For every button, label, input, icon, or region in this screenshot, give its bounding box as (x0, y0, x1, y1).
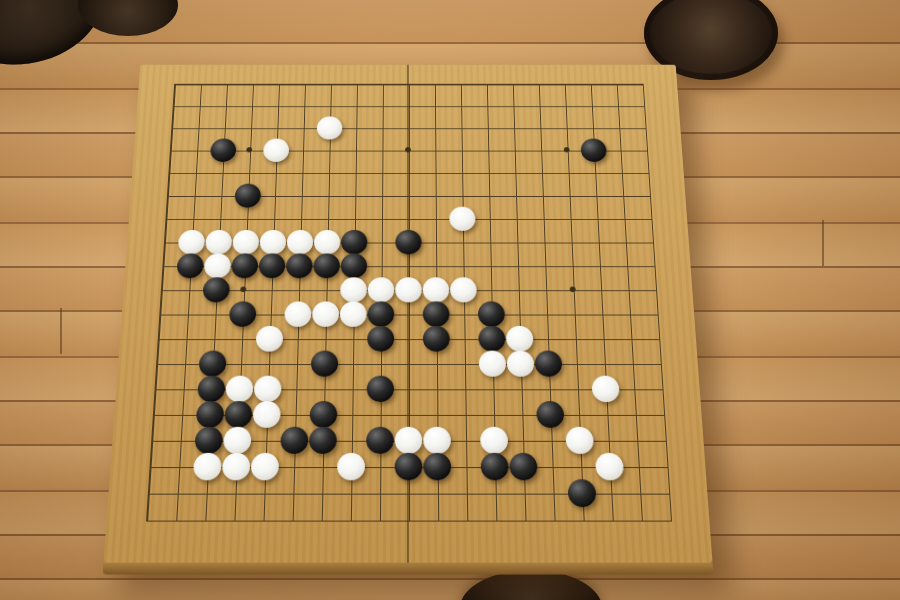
white-stone (177, 229, 205, 253)
black-stone (209, 138, 236, 161)
white-stone (313, 229, 340, 253)
black-stone (285, 253, 312, 278)
black-stone (197, 375, 225, 401)
board-front-edge (103, 563, 714, 575)
floor-plank-seam (822, 220, 824, 266)
black-stone (367, 325, 394, 351)
white-stone (367, 277, 394, 302)
black-stone (567, 479, 596, 507)
white-stone (594, 452, 623, 479)
goban-wrapper (102, 65, 713, 578)
white-stone (505, 325, 533, 351)
black-stone (231, 253, 258, 278)
board-fold-seam (407, 65, 409, 563)
white-stone (480, 426, 508, 453)
white-stone (478, 350, 506, 376)
white-stone (263, 138, 289, 161)
white-stone (316, 116, 342, 139)
black-stone (395, 229, 421, 253)
black-stone (536, 401, 564, 428)
black-stone (310, 350, 338, 376)
white-stone (311, 301, 338, 326)
white-stone (423, 426, 451, 453)
black-stone (422, 301, 449, 326)
black-stone (480, 452, 508, 479)
white-stone (591, 375, 619, 401)
star-point (570, 287, 576, 293)
white-stone (259, 229, 286, 253)
black-stone (340, 229, 366, 253)
white-stone (565, 426, 594, 453)
white-stone (336, 452, 364, 479)
black-stone (308, 426, 336, 453)
floor-plank-seam (60, 308, 62, 354)
white-stone (225, 375, 253, 401)
black-stone (580, 138, 607, 161)
white-stone (450, 277, 477, 302)
black-stone (313, 253, 340, 278)
white-stone (205, 229, 232, 253)
white-stone (340, 277, 367, 302)
black-stone (423, 452, 451, 479)
black-stone (228, 301, 256, 326)
white-stone (255, 325, 283, 351)
white-stone (284, 301, 311, 326)
white-stone (339, 301, 366, 326)
black-stone (509, 452, 537, 479)
black-stone (477, 301, 504, 326)
white-stone (203, 253, 231, 278)
white-stone (422, 277, 449, 302)
black-stone (234, 183, 261, 207)
black-stone (280, 426, 308, 453)
black-stone (394, 452, 422, 479)
black-stone (367, 301, 394, 326)
white-stone (192, 452, 221, 479)
black-stone (478, 325, 505, 351)
white-stone (395, 277, 422, 302)
black-stone (176, 253, 204, 278)
black-stone (195, 401, 224, 428)
photo-canvas: { "game": "go", "scene": { "description"… (0, 0, 900, 600)
star-point (405, 147, 411, 152)
black-stone (198, 350, 226, 376)
black-stone (258, 253, 285, 278)
black-stone (309, 401, 337, 428)
white-stone (250, 452, 279, 479)
black-stone (534, 350, 562, 376)
black-stone (366, 375, 393, 401)
black-stone (194, 426, 223, 453)
white-stone (222, 426, 251, 453)
go-board (103, 65, 712, 563)
black-stone (202, 277, 230, 302)
star-point (564, 147, 570, 152)
white-stone (232, 229, 259, 253)
black-stone (340, 253, 367, 278)
white-stone (253, 375, 281, 401)
black-stone (224, 401, 252, 428)
white-stone (221, 452, 250, 479)
black-stone (422, 325, 449, 351)
white-stone (394, 426, 422, 453)
white-stone (286, 229, 313, 253)
white-stone (449, 206, 475, 230)
black-stone (366, 426, 394, 453)
white-stone (252, 401, 280, 428)
white-stone (506, 350, 534, 376)
